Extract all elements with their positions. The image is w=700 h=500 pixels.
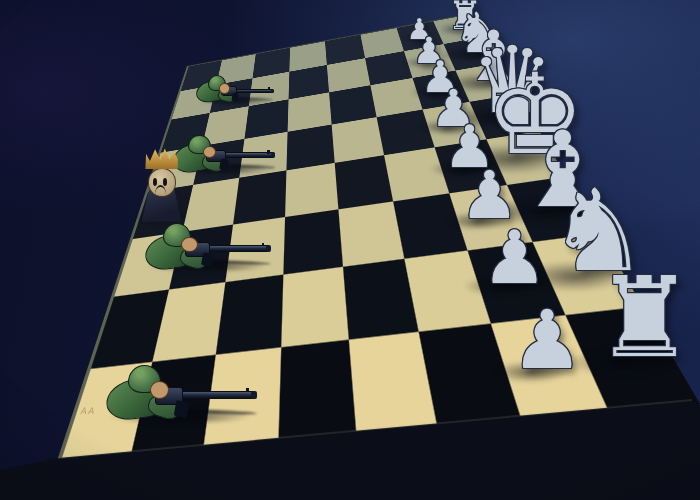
board-square (216, 275, 284, 355)
board-square (278, 340, 356, 443)
soldier-machine-gunner (106, 365, 263, 425)
board-square (283, 209, 343, 274)
painting-scene: ♜♞♝♛♚♝♞♜♟♟♟♟♟♟♟♟ AA (0, 0, 700, 500)
board-square (285, 163, 338, 217)
soldier-machine-gunner (196, 75, 276, 105)
white-pawn: ♟ (481, 222, 547, 296)
soldier-face (181, 237, 197, 252)
artist-signature: AA (80, 406, 95, 416)
board-square (233, 170, 286, 224)
soldier-machine-gunner (173, 135, 279, 175)
board-square (281, 267, 349, 348)
soldier-machine-gunner (145, 223, 276, 273)
white-rook: ♜ (595, 263, 694, 374)
black-king-figure (141, 157, 183, 222)
white-pawn: ♟ (511, 300, 584, 381)
board-square (335, 155, 393, 209)
soldier-face (219, 83, 230, 93)
